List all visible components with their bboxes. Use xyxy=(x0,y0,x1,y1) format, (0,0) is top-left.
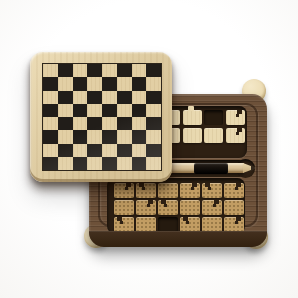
board-square[interactable] xyxy=(43,104,58,117)
piece-tile[interactable] xyxy=(180,217,200,232)
lower-tile-grid xyxy=(114,183,244,232)
piece-tile[interactable] xyxy=(224,183,244,198)
board-square[interactable] xyxy=(58,117,73,130)
board-square[interactable] xyxy=(73,91,88,104)
board-square[interactable] xyxy=(146,117,161,130)
board-square[interactable] xyxy=(87,117,102,130)
board-square[interactable] xyxy=(87,157,102,170)
board-square[interactable] xyxy=(73,130,88,143)
board-square[interactable] xyxy=(87,144,102,157)
board-square[interactable] xyxy=(43,64,58,77)
board-square[interactable] xyxy=(117,64,132,77)
board-square[interactable] xyxy=(117,91,132,104)
piece-tile[interactable] xyxy=(180,183,200,198)
board-square[interactable] xyxy=(58,130,73,143)
board-square[interactable] xyxy=(132,157,147,170)
piece-tile[interactable] xyxy=(136,217,156,232)
board-square[interactable] xyxy=(43,77,58,90)
piece-tile[interactable] xyxy=(202,217,222,232)
board-square[interactable] xyxy=(87,91,102,104)
piece-tile[interactable] xyxy=(224,217,244,232)
board-square[interactable] xyxy=(102,130,117,143)
board-square[interactable] xyxy=(58,77,73,90)
board-square[interactable] xyxy=(102,144,117,157)
board-square[interactable] xyxy=(117,77,132,90)
board-square[interactable] xyxy=(132,77,147,90)
piece-tile[interactable] xyxy=(204,128,223,143)
piece-tile[interactable] xyxy=(136,183,156,198)
product-photo-travel-chess-set xyxy=(0,0,298,298)
piece-tile[interactable] xyxy=(202,183,222,198)
board-square[interactable] xyxy=(146,77,161,90)
piece-tile[interactable] xyxy=(158,200,178,215)
piece-tile[interactable] xyxy=(114,183,134,198)
piece-tile[interactable] xyxy=(226,110,245,125)
board-square[interactable] xyxy=(146,91,161,104)
lower-piece-tray xyxy=(107,178,245,234)
piece-tile[interactable] xyxy=(114,217,134,232)
piece-tile[interactable] xyxy=(158,183,178,198)
board-square[interactable] xyxy=(132,104,147,117)
board-square[interactable] xyxy=(132,144,147,157)
board-square[interactable] xyxy=(102,77,117,90)
board-square[interactable] xyxy=(102,64,117,77)
board-square[interactable] xyxy=(87,104,102,117)
board-square[interactable] xyxy=(58,91,73,104)
board-square[interactable] xyxy=(73,64,88,77)
piece-tile[interactable] xyxy=(183,110,202,125)
board-square[interactable] xyxy=(58,104,73,117)
board-square[interactable] xyxy=(146,104,161,117)
pencil-lead-point xyxy=(251,163,256,173)
piece-tile[interactable] xyxy=(180,200,200,215)
board-square[interactable] xyxy=(146,157,161,170)
board-square[interactable] xyxy=(87,130,102,143)
piece-tile[interactable] xyxy=(114,200,134,215)
tray-front-edge xyxy=(89,231,267,247)
piece-tile[interactable] xyxy=(136,200,156,215)
board-square[interactable] xyxy=(146,130,161,143)
board-square[interactable] xyxy=(146,144,161,157)
empty-slot xyxy=(158,217,178,232)
board-square[interactable] xyxy=(102,91,117,104)
board-square[interactable] xyxy=(58,157,73,170)
board-square[interactable] xyxy=(117,104,132,117)
piece-tile[interactable] xyxy=(226,128,245,143)
piece-tile[interactable] xyxy=(183,128,202,143)
board-square[interactable] xyxy=(117,157,132,170)
board-square[interactable] xyxy=(73,117,88,130)
board-square[interactable] xyxy=(73,77,88,90)
checkerboard-lid[interactable] xyxy=(30,52,172,182)
board-square[interactable] xyxy=(132,91,147,104)
board-square[interactable] xyxy=(87,64,102,77)
empty-slot xyxy=(204,110,223,125)
board-square[interactable] xyxy=(87,77,102,90)
board-square[interactable] xyxy=(73,157,88,170)
board-square[interactable] xyxy=(58,64,73,77)
board-square[interactable] xyxy=(132,64,147,77)
board-square[interactable] xyxy=(43,117,58,130)
board-square[interactable] xyxy=(102,104,117,117)
board-square[interactable] xyxy=(132,130,147,143)
board-square[interactable] xyxy=(43,144,58,157)
board-square[interactable] xyxy=(43,91,58,104)
board-square[interactable] xyxy=(102,117,117,130)
board-grid xyxy=(42,63,162,171)
board-square[interactable] xyxy=(117,117,132,130)
piece-tile[interactable] xyxy=(224,200,244,215)
board-square[interactable] xyxy=(132,117,147,130)
board-square[interactable] xyxy=(102,157,117,170)
board-square[interactable] xyxy=(43,130,58,143)
board-square[interactable] xyxy=(58,144,73,157)
pencil-black-band xyxy=(194,163,228,174)
board-square[interactable] xyxy=(117,130,132,143)
board-square[interactable] xyxy=(146,64,161,77)
board-square[interactable] xyxy=(43,157,58,170)
board-square[interactable] xyxy=(117,144,132,157)
board-square[interactable] xyxy=(73,104,88,117)
board-square[interactable] xyxy=(73,144,88,157)
piece-tile[interactable] xyxy=(202,200,222,215)
